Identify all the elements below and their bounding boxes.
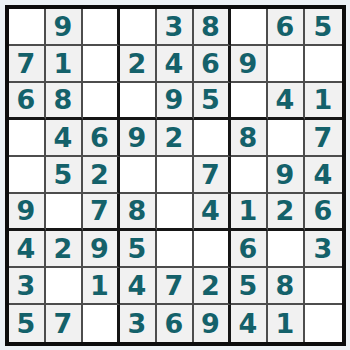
cell-r4c1-empty[interactable] (9, 120, 46, 157)
cell-r9c4-given-3: 3 (120, 305, 157, 342)
cell-r5c1-empty[interactable] (9, 157, 46, 194)
cell-r5c8-given-9: 9 (268, 157, 305, 194)
cell-r7c6-empty[interactable] (194, 231, 231, 268)
cell-r9c7-given-4: 4 (231, 305, 268, 342)
cell-r5c5-empty[interactable] (157, 157, 194, 194)
cell-r8c2-empty[interactable] (46, 268, 83, 305)
cell-r1c4-empty[interactable] (120, 9, 157, 46)
cell-r4c2-given-4: 4 (46, 120, 83, 157)
cell-r4c5-given-2: 2 (157, 120, 194, 157)
cell-r6c4-given-8: 8 (120, 194, 157, 231)
cell-r7c4-given-5: 5 (120, 231, 157, 268)
cell-r1c3-empty[interactable] (83, 9, 120, 46)
cell-r7c1-given-4: 4 (9, 231, 46, 268)
cell-r6c5-empty[interactable] (157, 194, 194, 231)
cell-r1c5-given-3: 3 (157, 9, 194, 46)
cell-r8c3-given-1: 1 (83, 268, 120, 305)
cell-r6c6-given-4: 4 (194, 194, 231, 231)
cell-r3c5-given-9: 9 (157, 83, 194, 120)
cell-r5c6-given-7: 7 (194, 157, 231, 194)
cell-r5c3-given-2: 2 (83, 157, 120, 194)
cell-r9c1-given-5: 5 (9, 305, 46, 342)
sudoku-board: 9386571246968954146928752794978412642956… (5, 5, 346, 346)
cell-r3c8-given-4: 4 (268, 83, 305, 120)
cell-r2c6-given-6: 6 (194, 46, 231, 83)
cell-r3c4-empty[interactable] (120, 83, 157, 120)
cell-r7c7-given-6: 6 (231, 231, 268, 268)
cell-r6c7-given-1: 1 (231, 194, 268, 231)
cell-r7c3-given-9: 9 (83, 231, 120, 268)
cell-r5c7-empty[interactable] (231, 157, 268, 194)
cell-r8c6-given-2: 2 (194, 268, 231, 305)
cell-r2c1-given-7: 7 (9, 46, 46, 83)
cell-r6c3-given-7: 7 (83, 194, 120, 231)
cell-r8c9-empty[interactable] (305, 268, 342, 305)
cell-r2c3-empty[interactable] (83, 46, 120, 83)
cell-r8c8-given-8: 8 (268, 268, 305, 305)
cell-r1c2-given-9: 9 (46, 9, 83, 46)
cell-r2c7-given-9: 9 (231, 46, 268, 83)
cell-r5c4-empty[interactable] (120, 157, 157, 194)
cell-r6c1-given-9: 9 (9, 194, 46, 231)
cell-r3c9-given-1: 1 (305, 83, 342, 120)
cell-r2c8-empty[interactable] (268, 46, 305, 83)
cell-r1c7-empty[interactable] (231, 9, 268, 46)
cell-r9c3-empty[interactable] (83, 305, 120, 342)
cell-r3c1-given-6: 6 (9, 83, 46, 120)
cell-r7c8-empty[interactable] (268, 231, 305, 268)
cell-r5c9-given-4: 4 (305, 157, 342, 194)
cell-r9c2-given-7: 7 (46, 305, 83, 342)
cell-r2c5-given-4: 4 (157, 46, 194, 83)
cell-r3c7-empty[interactable] (231, 83, 268, 120)
cell-r1c8-given-6: 6 (268, 9, 305, 46)
cell-r9c6-given-9: 9 (194, 305, 231, 342)
cell-r3c3-empty[interactable] (83, 83, 120, 120)
cell-r2c9-empty[interactable] (305, 46, 342, 83)
cell-r3c6-given-5: 5 (194, 83, 231, 120)
cell-r8c4-given-4: 4 (120, 268, 157, 305)
cell-r4c3-given-6: 6 (83, 120, 120, 157)
cell-r9c8-given-1: 1 (268, 305, 305, 342)
cell-r4c6-empty[interactable] (194, 120, 231, 157)
cell-r9c5-given-6: 6 (157, 305, 194, 342)
cell-r6c8-given-2: 2 (268, 194, 305, 231)
cell-r8c7-given-5: 5 (231, 268, 268, 305)
cell-r8c1-given-3: 3 (9, 268, 46, 305)
cell-r3c2-given-8: 8 (46, 83, 83, 120)
cell-r1c1-empty[interactable] (9, 9, 46, 46)
cell-r1c6-given-8: 8 (194, 9, 231, 46)
cell-r4c9-given-7: 7 (305, 120, 342, 157)
cell-r7c9-given-3: 3 (305, 231, 342, 268)
cell-r8c5-given-7: 7 (157, 268, 194, 305)
cell-r7c2-given-2: 2 (46, 231, 83, 268)
cell-r4c7-given-8: 8 (231, 120, 268, 157)
cell-r7c5-empty[interactable] (157, 231, 194, 268)
cell-r2c2-given-1: 1 (46, 46, 83, 83)
cell-r9c9-empty[interactable] (305, 305, 342, 342)
cell-r2c4-given-2: 2 (120, 46, 157, 83)
cell-r4c4-given-9: 9 (120, 120, 157, 157)
cell-r6c2-empty[interactable] (46, 194, 83, 231)
cell-r5c2-given-5: 5 (46, 157, 83, 194)
cell-r1c9-given-5: 5 (305, 9, 342, 46)
cell-r6c9-given-6: 6 (305, 194, 342, 231)
cell-r4c8-empty[interactable] (268, 120, 305, 157)
